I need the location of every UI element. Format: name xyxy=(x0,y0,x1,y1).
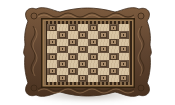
dark-square-inlay xyxy=(101,62,106,66)
dark-square-inlay xyxy=(91,55,96,59)
dark-square-inlay xyxy=(80,62,85,66)
square-g2 xyxy=(109,68,119,75)
square-f6 xyxy=(98,39,108,46)
square-h4 xyxy=(119,53,129,60)
dark-square-inlay xyxy=(91,26,96,30)
square-c4 xyxy=(68,53,78,60)
square-b7 xyxy=(57,31,67,38)
dark-square-inlay xyxy=(101,33,106,37)
square-e5 xyxy=(88,46,98,53)
square-a8 xyxy=(47,24,57,31)
dark-square-inlay xyxy=(121,76,126,80)
square-c7 xyxy=(68,31,78,38)
dark-square-inlay xyxy=(80,47,85,51)
square-f2 xyxy=(98,68,108,75)
square-e1 xyxy=(88,75,98,82)
square-h5 xyxy=(119,46,129,53)
dark-square-inlay xyxy=(50,26,55,30)
square-g5 xyxy=(109,46,119,53)
square-d8 xyxy=(78,24,88,31)
dark-square-inlay xyxy=(80,33,85,37)
dark-square-inlay xyxy=(70,69,75,73)
dark-square-inlay xyxy=(60,47,65,51)
square-d2 xyxy=(78,68,88,75)
dark-square-inlay xyxy=(80,76,85,80)
square-c8 xyxy=(68,24,78,31)
square-g8 xyxy=(109,24,119,31)
square-g3 xyxy=(109,60,119,67)
square-h8 xyxy=(119,24,129,31)
dark-square-inlay xyxy=(121,33,126,37)
square-h1 xyxy=(119,75,129,82)
dark-square-inlay xyxy=(60,33,65,37)
board-grid xyxy=(47,24,129,82)
square-g7 xyxy=(109,31,119,38)
square-b1 xyxy=(57,75,67,82)
square-e2 xyxy=(88,68,98,75)
square-f4 xyxy=(98,53,108,60)
square-h6 xyxy=(119,39,129,46)
playing-field xyxy=(44,21,132,85)
square-b2 xyxy=(57,68,67,75)
square-b4 xyxy=(57,53,67,60)
square-d1 xyxy=(78,75,88,82)
dark-square-inlay xyxy=(60,62,65,66)
square-f8 xyxy=(98,24,108,31)
square-g1 xyxy=(109,75,119,82)
square-c6 xyxy=(68,39,78,46)
square-a1 xyxy=(47,75,57,82)
square-e7 xyxy=(88,31,98,38)
square-b5 xyxy=(57,46,67,53)
dark-square-inlay xyxy=(60,76,65,80)
square-d6 xyxy=(78,39,88,46)
square-e8 xyxy=(88,24,98,31)
square-c1 xyxy=(68,75,78,82)
square-h7 xyxy=(119,31,129,38)
product-photo-scene xyxy=(0,0,175,105)
square-f1 xyxy=(98,75,108,82)
square-d7 xyxy=(78,31,88,38)
dark-square-inlay xyxy=(91,69,96,73)
square-a3 xyxy=(47,60,57,67)
square-f3 xyxy=(98,60,108,67)
square-e3 xyxy=(88,60,98,67)
square-d4 xyxy=(78,53,88,60)
square-a6 xyxy=(47,39,57,46)
dark-square-inlay xyxy=(70,26,75,30)
square-f7 xyxy=(98,31,108,38)
square-c2 xyxy=(68,68,78,75)
dark-square-inlay xyxy=(111,55,116,59)
dark-square-inlay xyxy=(50,55,55,59)
dark-square-inlay xyxy=(50,69,55,73)
square-g4 xyxy=(109,53,119,60)
dark-square-inlay xyxy=(121,47,126,51)
square-e6 xyxy=(88,39,98,46)
square-a2 xyxy=(47,68,57,75)
dark-square-inlay xyxy=(101,76,106,80)
dark-square-inlay xyxy=(101,47,106,51)
square-a7 xyxy=(47,31,57,38)
square-h2 xyxy=(119,68,129,75)
dark-square-inlay xyxy=(111,26,116,30)
square-e4 xyxy=(88,53,98,60)
square-b3 xyxy=(57,60,67,67)
square-d3 xyxy=(78,60,88,67)
square-a4 xyxy=(47,53,57,60)
dark-square-inlay xyxy=(111,40,116,44)
dark-square-inlay xyxy=(70,40,75,44)
square-g6 xyxy=(109,39,119,46)
dark-square-inlay xyxy=(91,40,96,44)
square-a5 xyxy=(47,46,57,53)
square-h3 xyxy=(119,60,129,67)
dark-square-inlay xyxy=(121,62,126,66)
dark-square-inlay xyxy=(70,55,75,59)
dark-square-inlay xyxy=(111,69,116,73)
square-c5 xyxy=(68,46,78,53)
square-b6 xyxy=(57,39,67,46)
square-f5 xyxy=(98,46,108,53)
dark-square-inlay xyxy=(50,40,55,44)
square-c3 xyxy=(68,60,78,67)
chess-board xyxy=(20,4,155,100)
square-d5 xyxy=(78,46,88,53)
square-b8 xyxy=(57,24,67,31)
